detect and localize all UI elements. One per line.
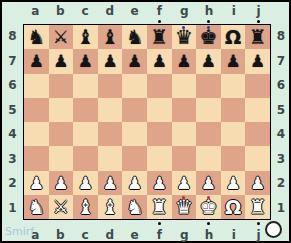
square-g1[interactable]: ♛ bbox=[172, 195, 197, 219]
square-a3[interactable] bbox=[24, 146, 49, 170]
castling-file-marker-f bbox=[158, 222, 161, 225]
file-label-c: c bbox=[73, 2, 98, 24]
piece-black-pawn[interactable]: ♟ bbox=[245, 49, 270, 73]
square-a7[interactable]: ♟ bbox=[24, 49, 49, 73]
castling-file-marker-h bbox=[207, 20, 210, 23]
square-g8[interactable]: ♛ bbox=[172, 25, 197, 49]
square-b8[interactable]: ⚔ bbox=[49, 25, 74, 49]
smirf-window: abcdefghij 87654321 ♞⚔♝♝♞♜♛♚Ω♜♟♟♟♟♟♟♟♟♟♟… bbox=[0, 0, 291, 243]
file-label-d: d bbox=[97, 2, 122, 24]
piece-white-king[interactable]: ♚ bbox=[196, 195, 221, 219]
rank-label-2: 2 bbox=[2, 171, 23, 196]
rank-label-3: 3 bbox=[271, 147, 291, 172]
square-f3[interactable] bbox=[147, 146, 172, 170]
file-labels-top: abcdefghij bbox=[23, 2, 271, 24]
piece-black-pawn[interactable]: ♟ bbox=[122, 49, 147, 73]
square-f6[interactable] bbox=[147, 74, 172, 98]
square-b4[interactable] bbox=[49, 122, 74, 146]
square-g3[interactable] bbox=[172, 146, 197, 170]
piece-white-rook[interactable]: ♜ bbox=[147, 195, 172, 219]
square-c7[interactable]: ♟ bbox=[73, 49, 98, 73]
file-label-e: e bbox=[122, 2, 147, 24]
square-h7[interactable]: ♟ bbox=[196, 49, 221, 73]
square-i7[interactable]: ♟ bbox=[221, 49, 246, 73]
square-j3[interactable] bbox=[245, 146, 270, 170]
square-g2[interactable]: ♟ bbox=[172, 171, 197, 195]
square-b2[interactable]: ♟ bbox=[49, 171, 74, 195]
file-label-j: j bbox=[246, 2, 271, 24]
rank-labels-left: 87654321 bbox=[2, 24, 23, 220]
file-label-b: b bbox=[48, 220, 73, 243]
rank-label-5: 5 bbox=[2, 98, 23, 123]
file-label-c: c bbox=[73, 220, 98, 243]
white-king-gem bbox=[207, 196, 210, 199]
rank-label-8: 8 bbox=[271, 24, 291, 49]
piece-white-rook[interactable]: ♜ bbox=[245, 195, 270, 219]
piece-black-archbishop[interactable]: ⚔ bbox=[49, 25, 74, 49]
file-label-g: g bbox=[172, 220, 197, 243]
square-c8[interactable]: ♝ bbox=[73, 25, 98, 49]
square-i5[interactable] bbox=[221, 98, 246, 122]
piece-white-archbishop[interactable]: ⚔ bbox=[49, 195, 74, 219]
castling-file-marker-f bbox=[158, 20, 161, 23]
square-b7[interactable]: ♟ bbox=[49, 49, 74, 73]
file-label-h: h bbox=[197, 2, 222, 24]
square-h2[interactable]: ♟ bbox=[196, 171, 221, 195]
rank-label-6: 6 bbox=[2, 73, 23, 98]
square-e5[interactable] bbox=[122, 98, 147, 122]
piece-white-chancellor[interactable]: Ω bbox=[221, 195, 246, 219]
white-queen-gem bbox=[182, 196, 185, 199]
square-g5[interactable] bbox=[172, 98, 197, 122]
square-c2[interactable]: ♟ bbox=[73, 171, 98, 195]
file-label-f: f bbox=[147, 220, 172, 243]
square-h1[interactable]: ♚ bbox=[196, 195, 221, 219]
smirf-brand-label: Smirf bbox=[5, 225, 34, 238]
square-g6[interactable] bbox=[172, 74, 197, 98]
piece-white-pawn[interactable]: ♟ bbox=[73, 171, 98, 195]
file-labels-bottom: abcdefghij bbox=[23, 220, 271, 243]
square-i3[interactable] bbox=[221, 146, 246, 170]
square-h8[interactable]: ♚ bbox=[196, 25, 221, 49]
rank-label-8: 8 bbox=[2, 24, 23, 49]
piece-black-pawn[interactable]: ♟ bbox=[172, 49, 197, 73]
square-i8[interactable]: Ω bbox=[221, 25, 246, 49]
square-d3[interactable] bbox=[98, 146, 123, 170]
piece-white-knight[interactable]: ♞ bbox=[122, 195, 147, 219]
square-g7[interactable]: ♟ bbox=[172, 49, 197, 73]
square-e8[interactable]: ♞ bbox=[122, 25, 147, 49]
square-e7[interactable]: ♟ bbox=[122, 49, 147, 73]
piece-black-king[interactable]: ♚ bbox=[196, 25, 221, 49]
square-j5[interactable] bbox=[245, 98, 270, 122]
square-e6[interactable] bbox=[122, 74, 147, 98]
piece-white-pawn[interactable]: ♟ bbox=[24, 171, 49, 195]
piece-black-chancellor[interactable]: Ω bbox=[221, 25, 246, 49]
square-h4[interactable] bbox=[196, 122, 221, 146]
square-b6[interactable] bbox=[49, 74, 74, 98]
square-f7[interactable]: ♟ bbox=[147, 49, 172, 73]
square-a5[interactable] bbox=[24, 98, 49, 122]
square-f1[interactable]: ♜ bbox=[147, 195, 172, 219]
rank-labels-right: 87654321 bbox=[271, 24, 291, 220]
square-j7[interactable]: ♟ bbox=[245, 49, 270, 73]
square-a2[interactable]: ♟ bbox=[24, 171, 49, 195]
piece-black-queen[interactable]: ♛ bbox=[172, 25, 197, 49]
piece-black-knight[interactable]: ♞ bbox=[24, 25, 49, 49]
square-j6[interactable] bbox=[245, 74, 270, 98]
square-c6[interactable] bbox=[73, 74, 98, 98]
rank-label-5: 5 bbox=[271, 98, 291, 123]
file-label-h: h bbox=[197, 220, 222, 243]
file-label-i: i bbox=[221, 220, 246, 243]
piece-white-bishop[interactable]: ♝ bbox=[73, 195, 98, 219]
castling-file-marker-j bbox=[257, 222, 260, 225]
square-f8[interactable]: ♜ bbox=[147, 25, 172, 49]
rank-label-2: 2 bbox=[271, 171, 291, 196]
square-d8[interactable]: ♝ bbox=[98, 25, 123, 49]
chess-board[interactable]: ♞⚔♝♝♞♜♛♚Ω♜♟♟♟♟♟♟♟♟♟♟♟♟♟♟♟♟♟♟♟♟♞⚔♝♝♞♜♛♚Ω♜ bbox=[23, 24, 271, 220]
piece-black-pawn[interactable]: ♟ bbox=[98, 49, 123, 73]
piece-white-pawn[interactable]: ♟ bbox=[245, 171, 270, 195]
square-b1[interactable]: ⚔ bbox=[49, 195, 74, 219]
square-h6[interactable] bbox=[196, 74, 221, 98]
piece-black-pawn[interactable]: ♟ bbox=[24, 49, 49, 73]
file-label-g: g bbox=[172, 2, 197, 24]
square-j8[interactable]: ♜ bbox=[245, 25, 270, 49]
file-label-e: e bbox=[122, 220, 147, 243]
piece-black-bishop[interactable]: ♝ bbox=[73, 25, 98, 49]
piece-white-pawn[interactable]: ♟ bbox=[122, 171, 147, 195]
piece-white-queen[interactable]: ♛ bbox=[172, 195, 197, 219]
square-d4[interactable] bbox=[98, 122, 123, 146]
square-c3[interactable] bbox=[73, 146, 98, 170]
square-d6[interactable] bbox=[98, 74, 123, 98]
square-c4[interactable] bbox=[73, 122, 98, 146]
square-d7[interactable]: ♟ bbox=[98, 49, 123, 73]
piece-black-rook[interactable]: ♜ bbox=[245, 25, 270, 49]
piece-black-pawn[interactable]: ♟ bbox=[73, 49, 98, 73]
square-b3[interactable] bbox=[49, 146, 74, 170]
square-i4[interactable] bbox=[221, 122, 246, 146]
rank-label-6: 6 bbox=[271, 73, 291, 98]
square-a4[interactable] bbox=[24, 122, 49, 146]
square-g4[interactable] bbox=[172, 122, 197, 146]
piece-white-pawn[interactable]: ♟ bbox=[172, 171, 197, 195]
square-e2[interactable]: ♟ bbox=[122, 171, 147, 195]
file-label-i: i bbox=[221, 2, 246, 24]
rank-label-7: 7 bbox=[2, 49, 23, 74]
white-to-move-indicator bbox=[265, 221, 282, 238]
black-king-gem bbox=[207, 26, 210, 29]
piece-white-bishop[interactable]: ♝ bbox=[98, 195, 123, 219]
square-a6[interactable] bbox=[24, 74, 49, 98]
piece-black-pawn[interactable]: ♟ bbox=[49, 49, 74, 73]
square-j2[interactable]: ♟ bbox=[245, 171, 270, 195]
piece-white-pawn[interactable]: ♟ bbox=[147, 171, 172, 195]
square-e4[interactable] bbox=[122, 122, 147, 146]
rank-label-7: 7 bbox=[271, 49, 291, 74]
square-i2[interactable]: ♟ bbox=[221, 171, 246, 195]
square-b5[interactable] bbox=[49, 98, 74, 122]
rank-label-4: 4 bbox=[271, 122, 291, 147]
piece-black-pawn[interactable]: ♟ bbox=[147, 49, 172, 73]
square-d5[interactable] bbox=[98, 98, 123, 122]
black-queen-gem bbox=[182, 26, 185, 29]
square-e3[interactable] bbox=[122, 146, 147, 170]
piece-black-pawn[interactable]: ♟ bbox=[196, 49, 221, 73]
castling-file-marker-h bbox=[207, 222, 210, 225]
file-label-d: d bbox=[97, 220, 122, 243]
castling-file-marker-j bbox=[257, 20, 260, 23]
piece-black-bishop[interactable]: ♝ bbox=[98, 25, 123, 49]
piece-white-knight[interactable]: ♞ bbox=[24, 195, 49, 219]
square-f2[interactable]: ♟ bbox=[147, 171, 172, 195]
square-j1[interactable]: ♜ bbox=[245, 195, 270, 219]
piece-black-rook[interactable]: ♜ bbox=[147, 25, 172, 49]
square-d2[interactable]: ♟ bbox=[98, 171, 123, 195]
square-c1[interactable]: ♝ bbox=[73, 195, 98, 219]
rank-label-1: 1 bbox=[271, 196, 291, 221]
piece-black-pawn[interactable]: ♟ bbox=[221, 49, 246, 73]
file-label-b: b bbox=[48, 2, 73, 24]
rank-label-3: 3 bbox=[2, 147, 23, 172]
square-i1[interactable]: Ω bbox=[221, 195, 246, 219]
piece-black-knight[interactable]: ♞ bbox=[122, 25, 147, 49]
piece-white-pawn[interactable]: ♟ bbox=[221, 171, 246, 195]
square-a8[interactable]: ♞ bbox=[24, 25, 49, 49]
square-f4[interactable] bbox=[147, 122, 172, 146]
square-f5[interactable] bbox=[147, 98, 172, 122]
rank-label-4: 4 bbox=[2, 122, 23, 147]
square-h5[interactable] bbox=[196, 98, 221, 122]
file-label-f: f bbox=[147, 2, 172, 24]
file-label-a: a bbox=[23, 2, 48, 24]
square-e1[interactable]: ♞ bbox=[122, 195, 147, 219]
square-i6[interactable] bbox=[221, 74, 246, 98]
square-j4[interactable] bbox=[245, 122, 270, 146]
piece-white-pawn[interactable]: ♟ bbox=[196, 171, 221, 195]
square-d1[interactable]: ♝ bbox=[98, 195, 123, 219]
piece-white-pawn[interactable]: ♟ bbox=[49, 171, 74, 195]
square-a1[interactable]: ♞ bbox=[24, 195, 49, 219]
square-c5[interactable] bbox=[73, 98, 98, 122]
square-h3[interactable] bbox=[196, 146, 221, 170]
rank-label-1: 1 bbox=[2, 196, 23, 221]
piece-white-pawn[interactable]: ♟ bbox=[98, 171, 123, 195]
